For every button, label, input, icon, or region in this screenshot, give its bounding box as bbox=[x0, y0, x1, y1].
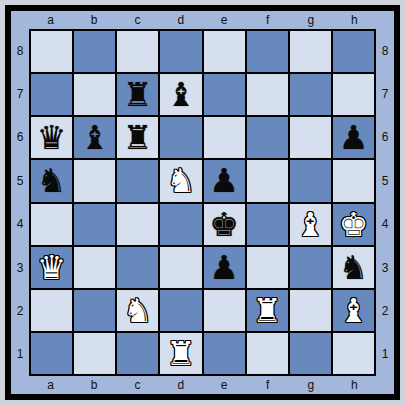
square-f1[interactable] bbox=[247, 333, 288, 374]
square-f2[interactable]: ♜ bbox=[247, 290, 288, 331]
square-d4[interactable] bbox=[160, 204, 201, 245]
white-bishop-piece[interactable]: ♝ bbox=[339, 294, 369, 327]
square-h5[interactable] bbox=[333, 160, 374, 201]
rank-labels-left: 87654321 bbox=[11, 29, 29, 376]
white-bishop-piece[interactable]: ♝ bbox=[296, 208, 326, 241]
file-labels-top: abcdefgh bbox=[29, 11, 376, 29]
square-b3[interactable] bbox=[74, 247, 115, 288]
square-c7[interactable]: ♜ bbox=[117, 74, 158, 115]
file-label-a: a bbox=[29, 14, 72, 26]
square-f5[interactable] bbox=[247, 160, 288, 201]
corner-bottom-left bbox=[11, 376, 29, 394]
rank-label-4: 4 bbox=[382, 218, 389, 230]
board-border: abcdefgh 87654321 ♜♝♛♝♜♟♞♞♟♚♝♚♛♟♞♞♜♝♜ 87… bbox=[5, 5, 400, 400]
square-g5[interactable] bbox=[290, 160, 331, 201]
square-h7[interactable] bbox=[333, 74, 374, 115]
square-e5[interactable]: ♟ bbox=[204, 160, 245, 201]
file-label-g: g bbox=[289, 14, 332, 26]
square-h8[interactable] bbox=[333, 31, 374, 72]
square-f3[interactable] bbox=[247, 247, 288, 288]
square-a7[interactable] bbox=[31, 74, 72, 115]
square-h2[interactable]: ♝ bbox=[333, 290, 374, 331]
rank-label-7: 7 bbox=[17, 88, 24, 100]
square-c8[interactable] bbox=[117, 31, 158, 72]
square-a1[interactable] bbox=[31, 333, 72, 374]
square-d5[interactable]: ♞ bbox=[160, 160, 201, 201]
rank-label-1: 1 bbox=[17, 348, 24, 360]
rank-label-2: 2 bbox=[382, 305, 389, 317]
square-e3[interactable]: ♟ bbox=[204, 247, 245, 288]
file-label-f: f bbox=[246, 379, 289, 391]
outer-frame: abcdefgh 87654321 ♜♝♛♝♜♟♞♞♟♚♝♚♛♟♞♞♜♝♜ 87… bbox=[0, 0, 405, 405]
black-rook-piece[interactable]: ♜ bbox=[123, 121, 153, 154]
black-queen-piece[interactable]: ♛ bbox=[37, 121, 67, 154]
square-d2[interactable] bbox=[160, 290, 201, 331]
square-d6[interactable] bbox=[160, 117, 201, 158]
rank-label-6: 6 bbox=[382, 131, 389, 143]
file-label-g: g bbox=[289, 379, 332, 391]
black-king-piece[interactable]: ♚ bbox=[209, 208, 239, 241]
rank-label-8: 8 bbox=[382, 45, 389, 57]
white-king-piece[interactable]: ♚ bbox=[339, 208, 369, 241]
square-d1[interactable]: ♜ bbox=[160, 333, 201, 374]
file-label-d: d bbox=[159, 14, 202, 26]
square-f6[interactable] bbox=[247, 117, 288, 158]
square-b6[interactable]: ♝ bbox=[74, 117, 115, 158]
black-knight-piece[interactable]: ♞ bbox=[339, 251, 369, 284]
file-label-c: c bbox=[116, 14, 159, 26]
square-g6[interactable] bbox=[290, 117, 331, 158]
square-e8[interactable] bbox=[204, 31, 245, 72]
square-c3[interactable] bbox=[117, 247, 158, 288]
square-b1[interactable] bbox=[74, 333, 115, 374]
square-c5[interactable] bbox=[117, 160, 158, 201]
square-h3[interactable]: ♞ bbox=[333, 247, 374, 288]
black-bishop-piece[interactable]: ♝ bbox=[166, 78, 196, 111]
rank-label-5: 5 bbox=[382, 175, 389, 187]
square-e2[interactable] bbox=[204, 290, 245, 331]
file-label-h: h bbox=[333, 14, 376, 26]
black-rook-piece[interactable]: ♜ bbox=[123, 78, 153, 111]
file-label-a: a bbox=[29, 379, 72, 391]
rank-label-7: 7 bbox=[382, 88, 389, 100]
file-labels-bottom: abcdefgh bbox=[29, 376, 376, 394]
file-label-d: d bbox=[159, 379, 202, 391]
white-rook-piece[interactable]: ♜ bbox=[166, 337, 196, 370]
square-b5[interactable] bbox=[74, 160, 115, 201]
square-c4[interactable] bbox=[117, 204, 158, 245]
rank-label-6: 6 bbox=[17, 131, 24, 143]
square-h6[interactable]: ♟ bbox=[333, 117, 374, 158]
square-c6[interactable]: ♜ bbox=[117, 117, 158, 158]
white-knight-piece[interactable]: ♞ bbox=[166, 164, 196, 197]
white-queen-piece[interactable]: ♛ bbox=[37, 251, 67, 284]
rank-label-3: 3 bbox=[17, 262, 24, 274]
rank-label-3: 3 bbox=[382, 262, 389, 274]
rank-labels-right: 87654321 bbox=[376, 29, 394, 376]
black-bishop-piece[interactable]: ♝ bbox=[80, 121, 110, 154]
square-e4[interactable]: ♚ bbox=[204, 204, 245, 245]
rank-label-4: 4 bbox=[17, 218, 24, 230]
file-label-e: e bbox=[203, 379, 246, 391]
square-a6[interactable]: ♛ bbox=[31, 117, 72, 158]
corner-top-left bbox=[11, 11, 29, 29]
file-label-e: e bbox=[203, 14, 246, 26]
black-pawn-piece[interactable]: ♟ bbox=[209, 251, 239, 284]
square-h4[interactable]: ♚ bbox=[333, 204, 374, 245]
file-label-f: f bbox=[246, 14, 289, 26]
square-e6[interactable] bbox=[204, 117, 245, 158]
corner-bottom-right bbox=[376, 376, 394, 394]
square-b7[interactable] bbox=[74, 74, 115, 115]
square-d7[interactable]: ♝ bbox=[160, 74, 201, 115]
square-b2[interactable] bbox=[74, 290, 115, 331]
corner-top-right bbox=[376, 11, 394, 29]
square-a8[interactable] bbox=[31, 31, 72, 72]
square-h1[interactable] bbox=[333, 333, 374, 374]
square-d3[interactable] bbox=[160, 247, 201, 288]
square-a2[interactable] bbox=[31, 290, 72, 331]
square-f8[interactable] bbox=[247, 31, 288, 72]
square-g1[interactable] bbox=[290, 333, 331, 374]
rank-label-5: 5 bbox=[17, 175, 24, 187]
white-rook-piece[interactable]: ♜ bbox=[252, 294, 282, 327]
square-d8[interactable] bbox=[160, 31, 201, 72]
black-pawn-piece[interactable]: ♟ bbox=[339, 121, 369, 154]
rank-label-8: 8 bbox=[17, 45, 24, 57]
file-label-h: h bbox=[333, 379, 376, 391]
white-knight-piece[interactable]: ♞ bbox=[123, 294, 153, 327]
square-f7[interactable] bbox=[247, 74, 288, 115]
file-label-b: b bbox=[72, 379, 115, 391]
black-pawn-piece[interactable]: ♟ bbox=[209, 164, 239, 197]
square-g7[interactable] bbox=[290, 74, 331, 115]
file-label-c: c bbox=[116, 379, 159, 391]
square-e1[interactable] bbox=[204, 333, 245, 374]
chess-board: ♜♝♛♝♜♟♞♞♟♚♝♚♛♟♞♞♜♝♜ bbox=[29, 29, 376, 376]
rank-label-1: 1 bbox=[382, 348, 389, 360]
square-b4[interactable] bbox=[74, 204, 115, 245]
square-a4[interactable] bbox=[31, 204, 72, 245]
square-g4[interactable]: ♝ bbox=[290, 204, 331, 245]
square-c1[interactable] bbox=[117, 333, 158, 374]
square-f4[interactable] bbox=[247, 204, 288, 245]
rank-label-2: 2 bbox=[17, 305, 24, 317]
file-label-b: b bbox=[72, 14, 115, 26]
square-c2[interactable]: ♞ bbox=[117, 290, 158, 331]
square-g2[interactable] bbox=[290, 290, 331, 331]
square-a3[interactable]: ♛ bbox=[31, 247, 72, 288]
black-knight-piece[interactable]: ♞ bbox=[37, 164, 67, 197]
square-g8[interactable] bbox=[290, 31, 331, 72]
square-b8[interactable] bbox=[74, 31, 115, 72]
square-e7[interactable] bbox=[204, 74, 245, 115]
coordinate-margin: abcdefgh 87654321 ♜♝♛♝♜♟♞♞♟♚♝♚♛♟♞♞♜♝♜ 87… bbox=[11, 11, 394, 394]
square-g3[interactable] bbox=[290, 247, 331, 288]
square-a5[interactable]: ♞ bbox=[31, 160, 72, 201]
